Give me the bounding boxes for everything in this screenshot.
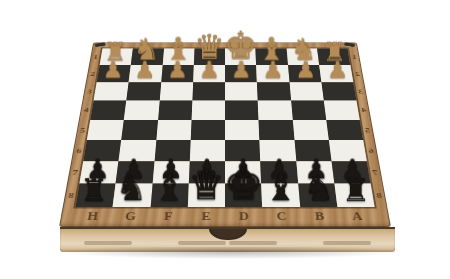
rank-label-right-7: 7 [371, 168, 378, 176]
square-f3[interactable] [159, 82, 193, 100]
square-g4[interactable] [124, 101, 159, 120]
square-f4[interactable] [158, 101, 192, 120]
square-b1[interactable]: ♞ [286, 48, 319, 65]
rank-label-right-8: 8 [375, 191, 382, 200]
square-c3[interactable] [257, 82, 291, 100]
square-a8[interactable]: ♜ [334, 183, 374, 207]
square-f2[interactable]: ♟ [161, 65, 194, 82]
square-e7[interactable]: ♟ [189, 161, 225, 183]
joinery-slot [323, 241, 371, 245]
square-e2[interactable]: ♟ [193, 65, 225, 82]
white-rook: ♜ [323, 38, 346, 64]
board-scene: ♜♞♝♛♚♝♞♜♟♟♟♟♟♟♟♟♟♟♟♟♟♟♟♟♜♞♝♛♚♝♞♜ HGFEDCB… [59, 0, 391, 227]
black-bishop: ♝ [264, 169, 297, 206]
square-e4[interactable] [191, 101, 225, 120]
square-h3[interactable] [94, 82, 129, 100]
square-a7[interactable]: ♟ [331, 161, 370, 183]
square-c6[interactable] [260, 140, 296, 161]
square-c1[interactable]: ♝ [256, 48, 288, 65]
white-bishop: ♝ [258, 33, 286, 64]
rank-label-right-6: 6 [368, 146, 374, 154]
square-b3[interactable] [289, 82, 323, 100]
finger-notch [209, 229, 247, 240]
rank-label-left-6: 6 [76, 146, 82, 154]
square-a5[interactable] [326, 120, 363, 140]
square-f1[interactable]: ♝ [162, 48, 194, 65]
square-g5[interactable] [121, 120, 157, 140]
white-bishop: ♝ [164, 33, 192, 64]
square-f8[interactable]: ♝ [150, 183, 188, 207]
square-g2[interactable]: ♟ [129, 65, 163, 82]
square-d4[interactable] [225, 101, 259, 120]
square-b6[interactable] [294, 140, 331, 161]
file-label-h: H [86, 211, 99, 223]
square-g8[interactable]: ♞ [113, 183, 152, 207]
joinery-slot [178, 241, 226, 245]
file-label-g: G [124, 211, 136, 223]
square-d8[interactable]: ♚ [225, 183, 262, 207]
square-e3[interactable] [192, 82, 225, 100]
white-queen: ♛ [194, 30, 225, 64]
file-label-a: A [351, 211, 363, 223]
chess-board: ♜♞♝♛♚♝♞♜♟♟♟♟♟♟♟♟♟♟♟♟♟♟♟♟♜♞♝♛♚♝♞♜ HGFEDCB… [59, 42, 391, 227]
hinge-left-icon [95, 42, 106, 47]
white-knight: ♞ [290, 35, 316, 64]
file-labels: HGFEDCBA [72, 207, 378, 227]
square-g6[interactable] [119, 140, 156, 161]
square-h4[interactable] [90, 101, 126, 120]
rank-label-left-1: 1 [93, 54, 99, 60]
square-a6[interactable] [329, 140, 367, 161]
rank-label-left-2: 2 [90, 70, 96, 76]
square-h5[interactable] [87, 120, 124, 140]
chess-set-photo: ♜♞♝♛♚♝♞♜♟♟♟♟♟♟♟♟♟♟♟♟♟♟♟♟♜♞♝♛♚♝♞♜ HGFEDCB… [0, 0, 450, 279]
square-d2[interactable]: ♟ [225, 65, 257, 82]
file-label-e: E [201, 211, 211, 223]
square-h8[interactable]: ♜ [75, 183, 115, 207]
square-c7[interactable]: ♟ [260, 161, 297, 183]
square-a1[interactable]: ♜ [317, 48, 350, 65]
square-e1[interactable]: ♛ [194, 48, 225, 65]
square-f7[interactable]: ♟ [152, 161, 189, 183]
rank-label-left-8: 8 [68, 191, 75, 200]
black-bishop: ♝ [152, 169, 185, 206]
square-c8[interactable]: ♝ [261, 183, 299, 207]
square-g1[interactable]: ♞ [131, 48, 164, 65]
square-b2[interactable]: ♟ [288, 65, 322, 82]
board-squares: ♜♞♝♛♚♝♞♜♟♟♟♟♟♟♟♟♟♟♟♟♟♟♟♟♜♞♝♛♚♝♞♜ [75, 48, 374, 207]
square-h6[interactable] [83, 140, 121, 161]
file-label-d: D [239, 211, 249, 223]
file-label-b: B [314, 211, 325, 223]
square-b7[interactable]: ♟ [296, 161, 334, 183]
square-h7[interactable]: ♟ [79, 161, 118, 183]
square-a3[interactable] [321, 82, 356, 100]
white-rook: ♜ [104, 38, 127, 64]
rank-label-right-1: 1 [351, 54, 357, 60]
square-g3[interactable] [126, 82, 160, 100]
square-b5[interactable] [292, 120, 328, 140]
square-h1[interactable]: ♜ [100, 48, 133, 65]
square-e5[interactable] [190, 120, 225, 140]
square-e8[interactable]: ♛ [188, 183, 225, 207]
square-h2[interactable]: ♟ [97, 65, 131, 82]
square-f6[interactable] [154, 140, 190, 161]
square-d5[interactable] [225, 120, 260, 140]
square-d3[interactable] [225, 82, 258, 100]
joinery-slot [84, 241, 132, 245]
white-knight: ♞ [134, 35, 160, 64]
square-a2[interactable]: ♟ [319, 65, 353, 82]
joinery-slot [229, 241, 277, 245]
hinge-right-icon [344, 42, 355, 47]
square-c5[interactable] [259, 120, 294, 140]
square-b4[interactable] [291, 101, 326, 120]
square-d7[interactable]: ♟ [225, 161, 261, 183]
rank-label-right-3: 3 [357, 88, 363, 95]
rank-label-left-4: 4 [83, 107, 89, 114]
rank-label-left-3: 3 [87, 88, 93, 95]
square-g7[interactable]: ♟ [116, 161, 154, 183]
rank-label-left-5: 5 [80, 126, 86, 134]
square-d1[interactable]: ♚ [225, 48, 256, 65]
rank-label-right-2: 2 [354, 70, 360, 76]
box-shadow [64, 247, 396, 259]
square-e6[interactable] [190, 140, 225, 161]
square-c2[interactable]: ♟ [256, 65, 289, 82]
square-b8[interactable]: ♞ [298, 183, 337, 207]
rank-label-right-5: 5 [364, 126, 370, 134]
square-a4[interactable] [324, 101, 360, 120]
square-c4[interactable] [258, 101, 292, 120]
file-label-f: F [164, 211, 173, 223]
white-king: ♚ [224, 27, 258, 65]
square-f5[interactable] [156, 120, 191, 140]
square-d6[interactable] [225, 140, 260, 161]
rank-label-left-7: 7 [72, 168, 79, 176]
rank-label-right-4: 4 [361, 107, 367, 114]
file-label-c: C [276, 211, 287, 223]
